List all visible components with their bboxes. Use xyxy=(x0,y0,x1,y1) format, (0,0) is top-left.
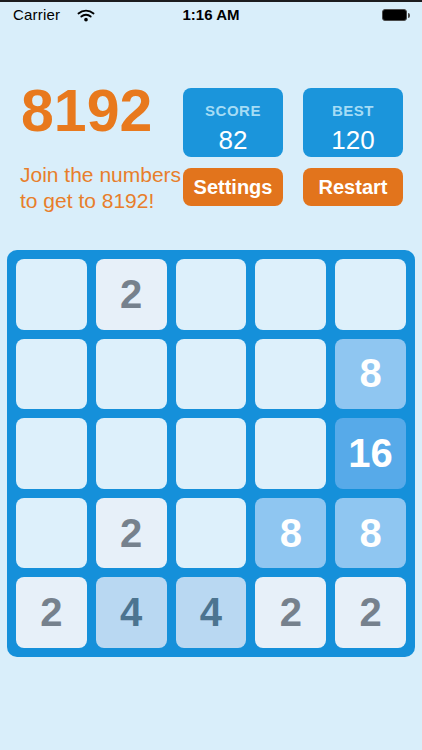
empty-cell xyxy=(16,498,87,569)
tile-8: 8 xyxy=(335,498,406,569)
tile-4: 4 xyxy=(176,577,247,648)
tile-2: 2 xyxy=(96,498,167,569)
score-value: 82 xyxy=(183,125,283,156)
empty-cell xyxy=(335,259,406,330)
subtitle-line-2: to get to 8192! xyxy=(20,188,181,214)
empty-cell xyxy=(176,418,247,489)
status-bar: Carrier 1:16 AM xyxy=(0,2,422,26)
best-value: 120 xyxy=(303,125,403,156)
best-box: BEST 120 xyxy=(303,88,403,157)
empty-cell xyxy=(255,339,326,410)
tile-16: 16 xyxy=(335,418,406,489)
restart-button[interactable]: Restart xyxy=(303,168,403,206)
subtitle-line-1: Join the numbers xyxy=(20,162,181,188)
clock: 1:16 AM xyxy=(0,6,422,23)
board[interactable]: 281628824422 xyxy=(7,250,415,657)
tile-2: 2 xyxy=(96,259,167,330)
game-subtitle: Join the numbers to get to 8192! xyxy=(20,162,181,214)
empty-cell xyxy=(16,339,87,410)
empty-cell xyxy=(255,259,326,330)
tile-2: 2 xyxy=(335,577,406,648)
tile-8: 8 xyxy=(255,498,326,569)
empty-cell xyxy=(255,418,326,489)
battery-icon xyxy=(382,9,407,21)
empty-cell xyxy=(176,339,247,410)
score-box: SCORE 82 xyxy=(183,88,283,157)
best-label: BEST xyxy=(303,102,403,119)
empty-cell xyxy=(16,418,87,489)
empty-cell xyxy=(176,498,247,569)
app-screen: Carrier 1:16 AM 8192 Join the numbers to… xyxy=(0,0,422,750)
empty-cell xyxy=(16,259,87,330)
tile-8: 8 xyxy=(335,339,406,410)
settings-button[interactable]: Settings xyxy=(183,168,283,206)
score-label: SCORE xyxy=(183,102,283,119)
empty-cell xyxy=(96,339,167,410)
tile-2: 2 xyxy=(16,577,87,648)
tile-2: 2 xyxy=(255,577,326,648)
tile-4: 4 xyxy=(96,577,167,648)
game-title: 8192 xyxy=(21,82,152,141)
empty-cell xyxy=(176,259,247,330)
empty-cell xyxy=(96,418,167,489)
